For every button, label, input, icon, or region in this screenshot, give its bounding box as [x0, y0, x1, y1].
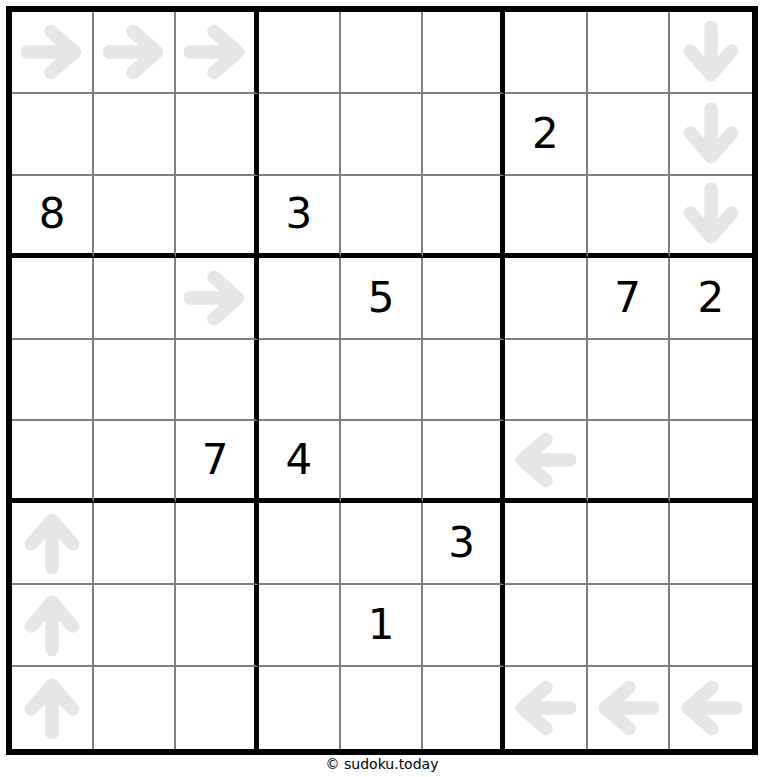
cell-r1c3[interactable]: [176, 12, 258, 94]
cell-r5c8[interactable]: [588, 340, 670, 422]
cell-r4c8[interactable]: 7: [588, 258, 670, 340]
cell-r3c9[interactable]: [670, 176, 752, 258]
cell-r3c8[interactable]: [588, 176, 670, 258]
cell-r2c4[interactable]: [259, 94, 341, 176]
cell-r1c7[interactable]: [505, 12, 587, 94]
cell-r7c2[interactable]: [94, 503, 176, 585]
copyright-text: © sudoku.today: [6, 756, 758, 772]
cell-r9c2[interactable]: [94, 667, 176, 749]
arrow-up-icon: [21, 677, 83, 739]
arrow-left-icon: [597, 677, 659, 739]
cell-r2c3[interactable]: [176, 94, 258, 176]
cell-r4c4[interactable]: [259, 258, 341, 340]
cell-r2c9[interactable]: [670, 94, 752, 176]
cell-r3c1[interactable]: 8: [12, 176, 94, 258]
cell-r5c3[interactable]: [176, 340, 258, 422]
arrow-left-icon: [514, 677, 576, 739]
cell-r8c4[interactable]: [259, 585, 341, 667]
cell-r8c8[interactable]: [588, 585, 670, 667]
cell-r7c7[interactable]: [505, 503, 587, 585]
cell-r8c1[interactable]: [12, 585, 94, 667]
cell-r7c8[interactable]: [588, 503, 670, 585]
cell-r9c8[interactable]: [588, 667, 670, 749]
arrow-down-icon: [680, 183, 742, 245]
cell-r4c9[interactable]: 2: [670, 258, 752, 340]
cell-r9c4[interactable]: [259, 667, 341, 749]
cell-r5c7[interactable]: [505, 340, 587, 422]
cell-r7c6[interactable]: 3: [423, 503, 505, 585]
given-digit: 2: [698, 277, 725, 319]
cell-r8c9[interactable]: [670, 585, 752, 667]
cell-r6c4[interactable]: 4: [259, 421, 341, 503]
cell-r6c6[interactable]: [423, 421, 505, 503]
cell-r9c6[interactable]: [423, 667, 505, 749]
cell-r1c2[interactable]: [94, 12, 176, 94]
cell-r6c3[interactable]: 7: [176, 421, 258, 503]
cell-r7c1[interactable]: [12, 503, 94, 585]
cell-r6c5[interactable]: [341, 421, 423, 503]
given-digit: 5: [368, 277, 395, 319]
cell-r3c6[interactable]: [423, 176, 505, 258]
cell-r1c8[interactable]: [588, 12, 670, 94]
cell-r6c9[interactable]: [670, 421, 752, 503]
cell-r4c3[interactable]: [176, 258, 258, 340]
cell-r1c6[interactable]: [423, 12, 505, 94]
cell-r7c4[interactable]: [259, 503, 341, 585]
arrow-up-icon: [21, 594, 83, 656]
arrow-down-icon: [680, 103, 742, 165]
cell-r3c4[interactable]: 3: [259, 176, 341, 258]
cell-r3c2[interactable]: [94, 176, 176, 258]
cell-r5c6[interactable]: [423, 340, 505, 422]
cell-r5c9[interactable]: [670, 340, 752, 422]
cell-r5c2[interactable]: [94, 340, 176, 422]
cell-r8c7[interactable]: [505, 585, 587, 667]
cell-r3c7[interactable]: [505, 176, 587, 258]
given-digit: 8: [39, 193, 66, 235]
cell-r6c7[interactable]: [505, 421, 587, 503]
cell-r5c1[interactable]: [12, 340, 94, 422]
cell-r2c6[interactable]: [423, 94, 505, 176]
arrow-left-icon: [514, 429, 576, 491]
given-digit: 3: [285, 193, 312, 235]
cell-r3c3[interactable]: [176, 176, 258, 258]
cell-r2c7[interactable]: 2: [505, 94, 587, 176]
cell-r7c9[interactable]: [670, 503, 752, 585]
cell-r1c5[interactable]: [341, 12, 423, 94]
cell-r9c1[interactable]: [12, 667, 94, 749]
sudoku-board: 2835727431: [6, 6, 758, 755]
cell-r6c8[interactable]: [588, 421, 670, 503]
cell-r8c3[interactable]: [176, 585, 258, 667]
cell-r4c2[interactable]: [94, 258, 176, 340]
arrow-right-icon: [21, 21, 83, 83]
cell-r8c6[interactable]: [423, 585, 505, 667]
cell-r6c2[interactable]: [94, 421, 176, 503]
arrow-left-icon: [680, 677, 742, 739]
cell-r8c5[interactable]: 1: [341, 585, 423, 667]
cell-r7c5[interactable]: [341, 503, 423, 585]
arrow-right-icon: [103, 21, 165, 83]
cell-r9c9[interactable]: [670, 667, 752, 749]
given-digit: 7: [614, 277, 641, 319]
arrow-down-icon: [680, 21, 742, 83]
cell-r2c8[interactable]: [588, 94, 670, 176]
cell-r1c1[interactable]: [12, 12, 94, 94]
cell-r9c3[interactable]: [176, 667, 258, 749]
cell-r4c5[interactable]: 5: [341, 258, 423, 340]
puzzle-page: 2835727431 © sudoku.today: [0, 0, 767, 777]
cell-r2c2[interactable]: [94, 94, 176, 176]
given-digit: 4: [285, 439, 312, 481]
given-digit: 1: [368, 604, 395, 646]
cell-r4c6[interactable]: [423, 258, 505, 340]
cell-r6c1[interactable]: [12, 421, 94, 503]
cell-r1c4[interactable]: [259, 12, 341, 94]
given-digit: 3: [448, 522, 475, 564]
arrow-right-icon: [184, 21, 246, 83]
cell-r9c7[interactable]: [505, 667, 587, 749]
cell-r2c5[interactable]: [341, 94, 423, 176]
cell-r4c1[interactable]: [12, 258, 94, 340]
given-digit: 7: [202, 439, 229, 481]
arrow-up-icon: [21, 512, 83, 574]
cell-r1c9[interactable]: [670, 12, 752, 94]
cell-r5c4[interactable]: [259, 340, 341, 422]
cell-r9c5[interactable]: [341, 667, 423, 749]
cell-r8c2[interactable]: [94, 585, 176, 667]
cell-r2c1[interactable]: [12, 94, 94, 176]
cell-r5c5[interactable]: [341, 340, 423, 422]
given-digit: 2: [532, 113, 559, 155]
cell-r4c7[interactable]: [505, 258, 587, 340]
cell-r7c3[interactable]: [176, 503, 258, 585]
arrow-right-icon: [184, 267, 246, 329]
cell-r3c5[interactable]: [341, 176, 423, 258]
